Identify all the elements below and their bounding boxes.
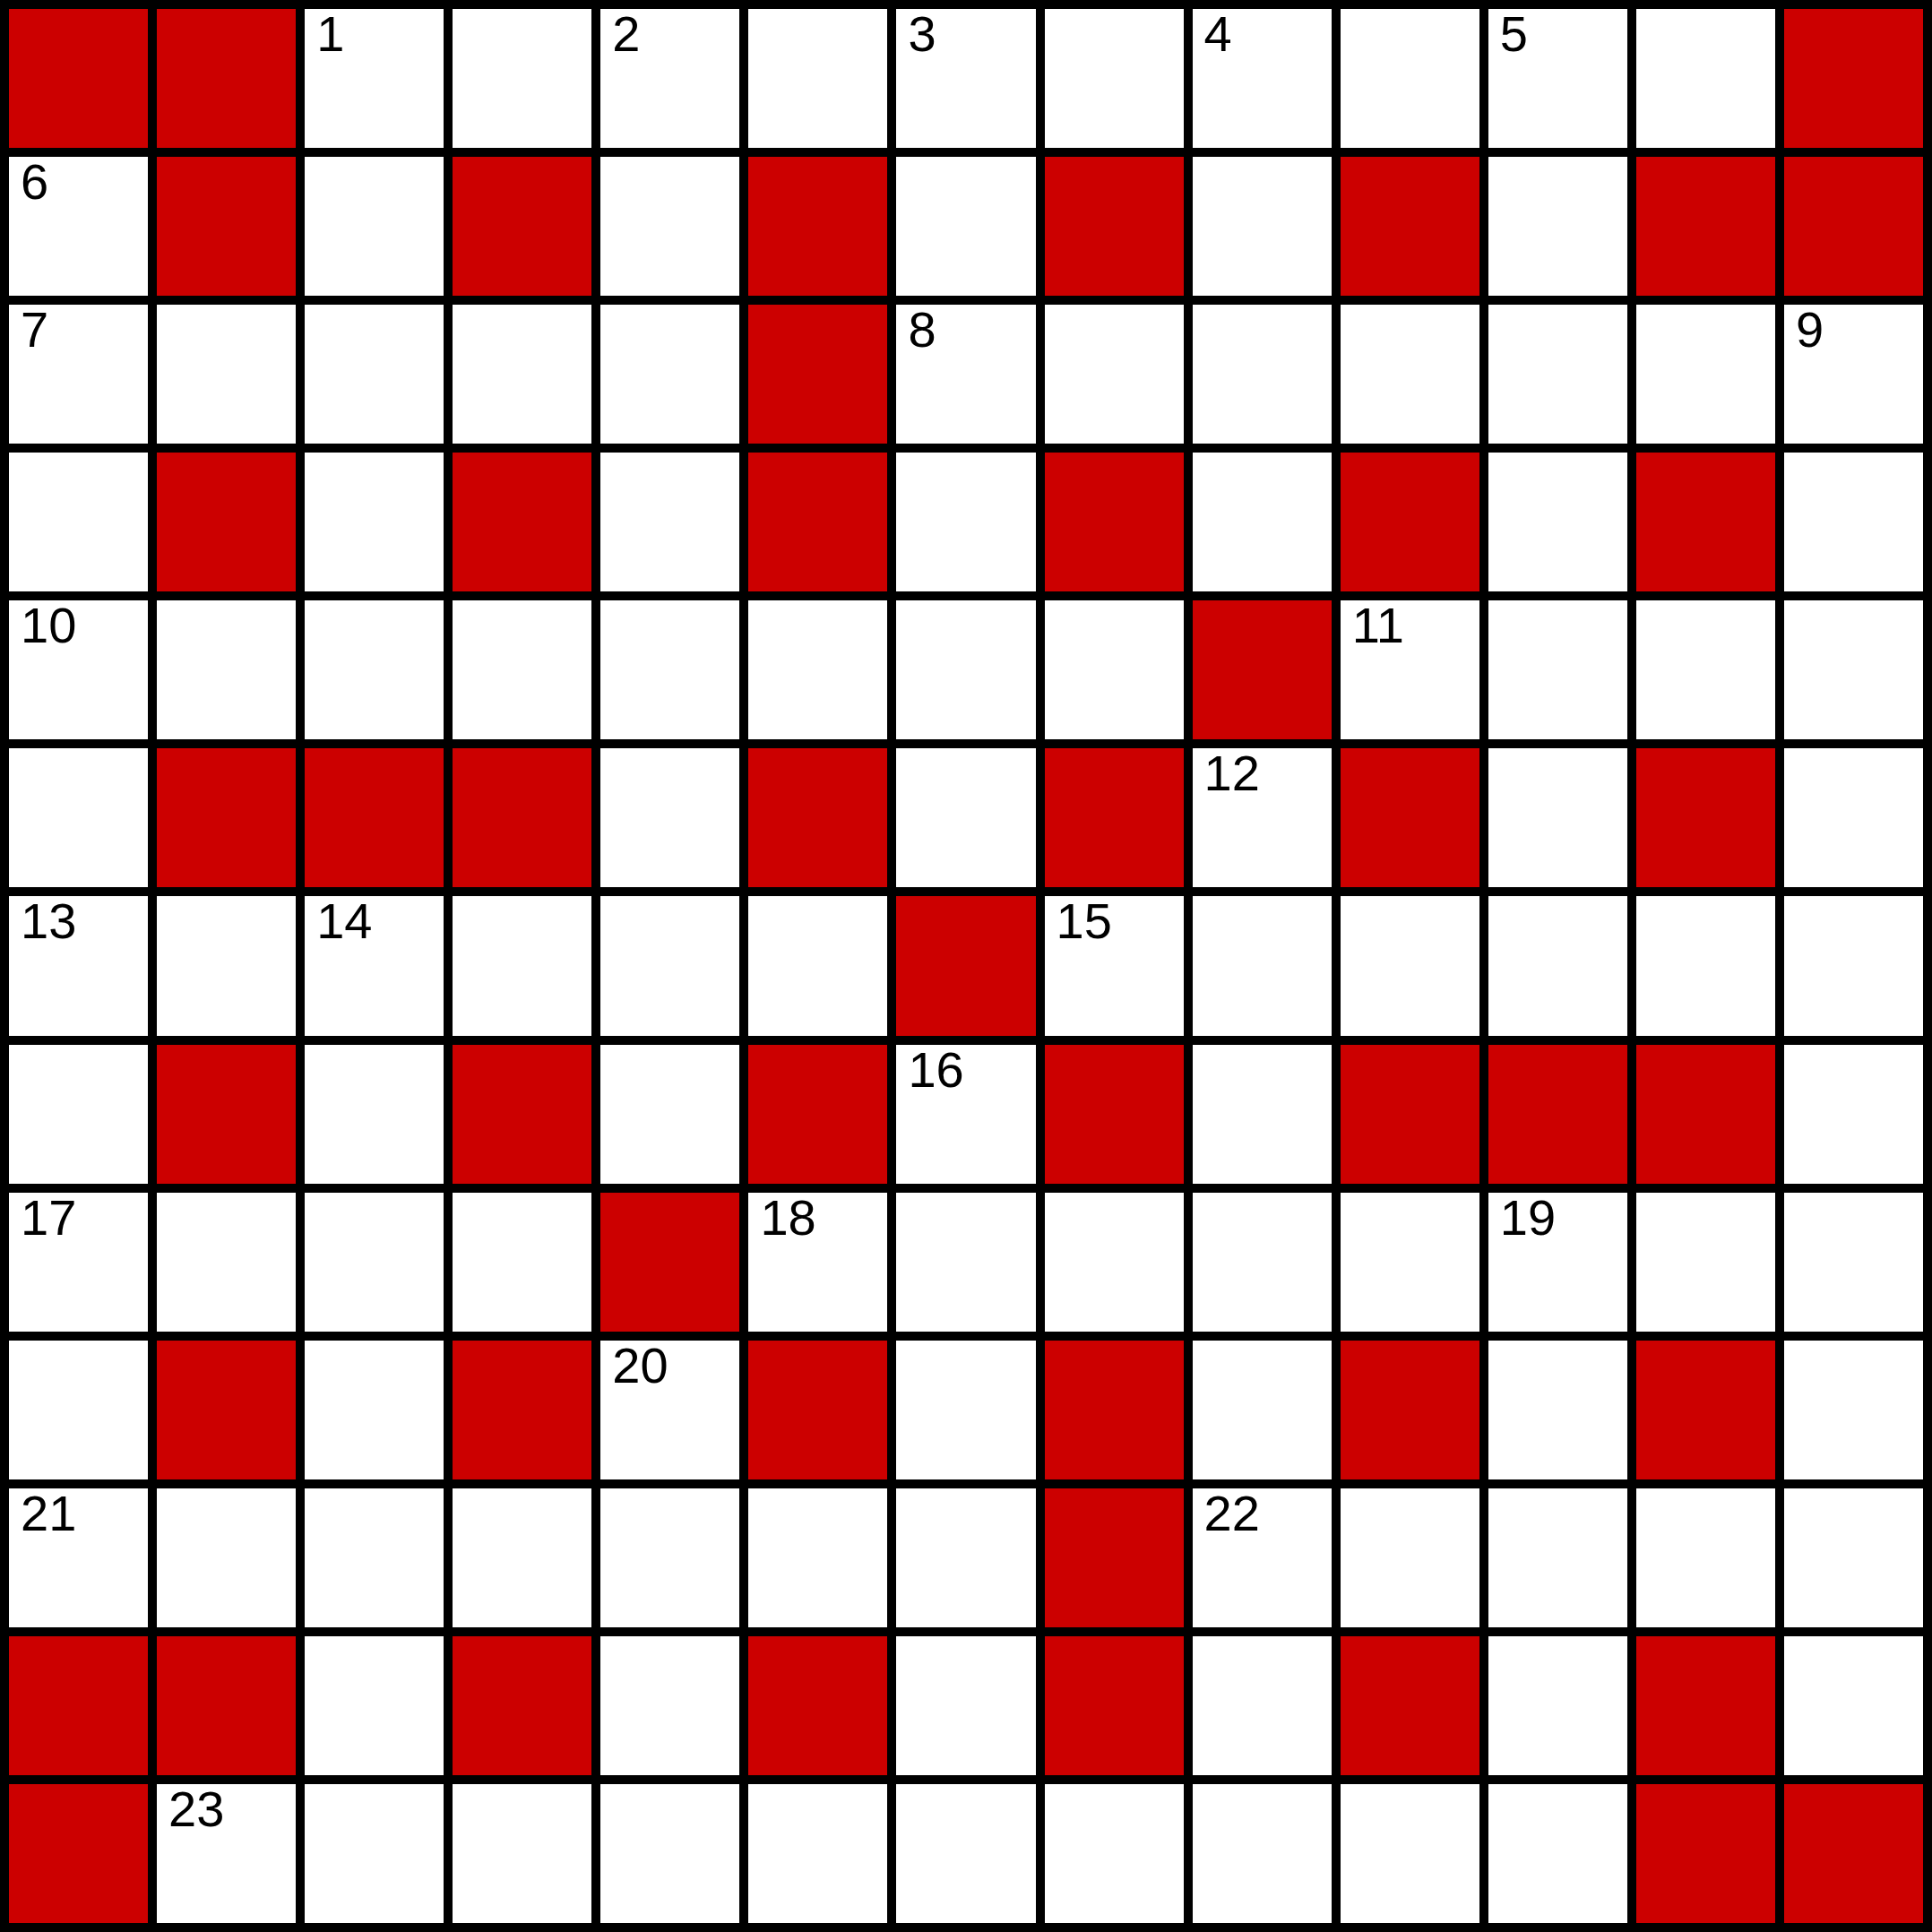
clue-number: 18 bbox=[760, 1189, 815, 1246]
cell-r1-c4[interactable] bbox=[453, 9, 591, 148]
block-cell-r6-c2 bbox=[157, 748, 296, 887]
cell-r7-c11[interactable] bbox=[1488, 896, 1627, 1035]
block-cell-r6-c3 bbox=[305, 748, 444, 887]
block-cell-r8-c11 bbox=[1488, 1045, 1627, 1184]
clue-number: 22 bbox=[1204, 1485, 1260, 1542]
cell-r1-c12[interactable] bbox=[1636, 9, 1775, 148]
block-cell-r13-c12 bbox=[1636, 1784, 1775, 1923]
block-cell-r9-c5 bbox=[600, 1193, 739, 1332]
cell-r8-c13[interactable] bbox=[1784, 1045, 1923, 1184]
cell-r8-c1[interactable] bbox=[9, 1045, 148, 1184]
cell-r2-c7[interactable] bbox=[896, 157, 1035, 296]
cell-r6-c9[interactable]: 12 bbox=[1193, 748, 1332, 887]
cell-r2-c5[interactable] bbox=[600, 157, 739, 296]
cell-r9-c6[interactable]: 18 bbox=[748, 1193, 887, 1332]
block-cell-r12-c8 bbox=[1045, 1636, 1184, 1775]
cell-r10-c5[interactable]: 20 bbox=[600, 1341, 739, 1479]
cell-r5-c7[interactable] bbox=[896, 600, 1035, 739]
block-cell-r11-c8 bbox=[1045, 1488, 1184, 1627]
block-cell-r8-c8 bbox=[1045, 1045, 1184, 1184]
block-cell-r8-c6 bbox=[748, 1045, 887, 1184]
cell-r7-c6[interactable] bbox=[748, 896, 887, 1035]
cell-r3-c13[interactable]: 9 bbox=[1784, 305, 1923, 444]
block-cell-r12-c6 bbox=[748, 1636, 887, 1775]
cell-r8-c5[interactable] bbox=[600, 1045, 739, 1184]
cell-r3-c4[interactable] bbox=[453, 305, 591, 444]
clue-number: 2 bbox=[612, 5, 640, 63]
cell-r8-c9[interactable] bbox=[1193, 1045, 1332, 1184]
clue-number: 11 bbox=[1352, 597, 1404, 654]
cell-r5-c8[interactable] bbox=[1045, 600, 1184, 739]
clue-number: 10 bbox=[21, 597, 76, 654]
cell-r13-c6[interactable] bbox=[748, 1784, 887, 1923]
block-cell-r2-c8 bbox=[1045, 157, 1184, 296]
cell-r11-c3[interactable] bbox=[305, 1488, 444, 1627]
cell-r11-c13[interactable] bbox=[1784, 1488, 1923, 1627]
clue-number: 23 bbox=[168, 1781, 224, 1838]
cell-r4-c3[interactable] bbox=[305, 453, 444, 591]
block-cell-r12-c4 bbox=[453, 1636, 591, 1775]
block-cell-r4-c10 bbox=[1341, 453, 1479, 591]
cell-r6-c13[interactable] bbox=[1784, 748, 1923, 887]
cell-r1-c11[interactable]: 5 bbox=[1488, 9, 1627, 148]
block-cell-r10-c6 bbox=[748, 1341, 887, 1479]
block-cell-r13-c13 bbox=[1784, 1784, 1923, 1923]
block-cell-r1-c1 bbox=[9, 9, 148, 148]
cell-r6-c11[interactable] bbox=[1488, 748, 1627, 887]
cell-r5-c11[interactable] bbox=[1488, 600, 1627, 739]
cell-r11-c12[interactable] bbox=[1636, 1488, 1775, 1627]
cell-r3-c11[interactable] bbox=[1488, 305, 1627, 444]
block-cell-r8-c4 bbox=[453, 1045, 591, 1184]
cell-r4-c13[interactable] bbox=[1784, 453, 1923, 591]
cell-r13-c2[interactable]: 23 bbox=[157, 1784, 296, 1923]
cell-r1-c5[interactable]: 2 bbox=[600, 9, 739, 148]
cell-r4-c7[interactable] bbox=[896, 453, 1035, 591]
block-cell-r4-c6 bbox=[748, 453, 887, 591]
block-cell-r2-c13 bbox=[1784, 157, 1923, 296]
clue-number: 20 bbox=[612, 1337, 668, 1394]
block-cell-r7-c7 bbox=[896, 896, 1035, 1035]
cell-r10-c7[interactable] bbox=[896, 1341, 1035, 1479]
block-cell-r1-c2 bbox=[157, 9, 296, 148]
cell-r1-c3[interactable]: 1 bbox=[305, 9, 444, 148]
cell-r1-c7[interactable]: 3 bbox=[896, 9, 1035, 148]
cell-r9-c1[interactable]: 17 bbox=[9, 1193, 148, 1332]
cell-r4-c9[interactable] bbox=[1193, 453, 1332, 591]
cell-r3-c8[interactable] bbox=[1045, 305, 1184, 444]
cell-r9-c11[interactable]: 19 bbox=[1488, 1193, 1627, 1332]
block-cell-r2-c6 bbox=[748, 157, 887, 296]
cell-r2-c9[interactable] bbox=[1193, 157, 1332, 296]
block-cell-r5-c9 bbox=[1193, 600, 1332, 739]
block-cell-r10-c2 bbox=[157, 1341, 296, 1479]
cell-r2-c1[interactable]: 6 bbox=[9, 157, 148, 296]
cell-r3-c12[interactable] bbox=[1636, 305, 1775, 444]
cell-r5-c4[interactable] bbox=[453, 600, 591, 739]
block-cell-r6-c12 bbox=[1636, 748, 1775, 887]
cell-r7-c1[interactable]: 13 bbox=[9, 896, 148, 1035]
cell-r10-c11[interactable] bbox=[1488, 1341, 1627, 1479]
cell-r11-c5[interactable] bbox=[600, 1488, 739, 1627]
block-cell-r2-c2 bbox=[157, 157, 296, 296]
clue-number: 13 bbox=[21, 893, 76, 950]
cell-r13-c7[interactable] bbox=[896, 1784, 1035, 1923]
clue-number: 12 bbox=[1204, 745, 1260, 802]
clue-number: 7 bbox=[21, 301, 48, 358]
clue-number: 3 bbox=[908, 5, 936, 63]
cell-r5-c2[interactable] bbox=[157, 600, 296, 739]
block-cell-r12-c2 bbox=[157, 1636, 296, 1775]
cell-r6-c5[interactable] bbox=[600, 748, 739, 887]
cell-r11-c9[interactable]: 22 bbox=[1193, 1488, 1332, 1627]
block-cell-r4-c8 bbox=[1045, 453, 1184, 591]
block-cell-r13-c1 bbox=[9, 1784, 148, 1923]
block-cell-r10-c4 bbox=[453, 1341, 591, 1479]
cell-r7-c9[interactable] bbox=[1193, 896, 1332, 1035]
cell-r9-c12[interactable] bbox=[1636, 1193, 1775, 1332]
cell-r11-c6[interactable] bbox=[748, 1488, 887, 1627]
cell-r12-c5[interactable] bbox=[600, 1636, 739, 1775]
block-cell-r2-c4 bbox=[453, 157, 591, 296]
cell-r13-c4[interactable] bbox=[453, 1784, 591, 1923]
block-cell-r3-c6 bbox=[748, 305, 887, 444]
cell-r6-c7[interactable] bbox=[896, 748, 1035, 887]
cell-r3-c10[interactable] bbox=[1341, 305, 1479, 444]
cell-r11-c2[interactable] bbox=[157, 1488, 296, 1627]
cell-r9-c13[interactable] bbox=[1784, 1193, 1923, 1332]
block-cell-r6-c4 bbox=[453, 748, 591, 887]
cell-r2-c11[interactable] bbox=[1488, 157, 1627, 296]
cell-r1-c9[interactable]: 4 bbox=[1193, 9, 1332, 148]
cell-r11-c4[interactable] bbox=[453, 1488, 591, 1627]
block-cell-r8-c2 bbox=[157, 1045, 296, 1184]
block-cell-r10-c8 bbox=[1045, 1341, 1184, 1479]
block-cell-r6-c8 bbox=[1045, 748, 1184, 887]
block-cell-r12-c10 bbox=[1341, 1636, 1479, 1775]
clue-number: 5 bbox=[1500, 5, 1528, 63]
cell-r9-c10[interactable] bbox=[1341, 1193, 1479, 1332]
cell-r13-c3[interactable] bbox=[305, 1784, 444, 1923]
cell-r12-c3[interactable] bbox=[305, 1636, 444, 1775]
clue-number: 19 bbox=[1500, 1189, 1556, 1246]
block-cell-r4-c4 bbox=[453, 453, 591, 591]
cell-r7-c10[interactable] bbox=[1341, 896, 1479, 1035]
cell-r3-c9[interactable] bbox=[1193, 305, 1332, 444]
crossword-board: 1234567891011121314151617181920212223 bbox=[0, 0, 1932, 1932]
block-cell-r6-c10 bbox=[1341, 748, 1479, 887]
cell-r13-c5[interactable] bbox=[600, 1784, 739, 1923]
cell-r9-c4[interactable] bbox=[453, 1193, 591, 1332]
cell-r13-c9[interactable] bbox=[1193, 1784, 1332, 1923]
cell-r3-c2[interactable] bbox=[157, 305, 296, 444]
clue-number: 6 bbox=[21, 153, 48, 211]
cell-r9-c2[interactable] bbox=[157, 1193, 296, 1332]
cell-r13-c8[interactable] bbox=[1045, 1784, 1184, 1923]
cell-r5-c13[interactable] bbox=[1784, 600, 1923, 739]
block-cell-r8-c10 bbox=[1341, 1045, 1479, 1184]
cell-r7-c4[interactable] bbox=[453, 896, 591, 1035]
cell-r5-c5[interactable] bbox=[600, 600, 739, 739]
cell-r11-c11[interactable] bbox=[1488, 1488, 1627, 1627]
cell-r11-c7[interactable] bbox=[896, 1488, 1035, 1627]
cell-r7-c2[interactable] bbox=[157, 896, 296, 1035]
cell-r3-c3[interactable] bbox=[305, 305, 444, 444]
block-cell-r12-c12 bbox=[1636, 1636, 1775, 1775]
cell-r1-c8[interactable] bbox=[1045, 9, 1184, 148]
cell-r9-c3[interactable] bbox=[305, 1193, 444, 1332]
cell-r10-c1[interactable] bbox=[9, 1341, 148, 1479]
clue-number: 9 bbox=[1796, 301, 1824, 358]
clue-number: 17 bbox=[21, 1189, 76, 1246]
cell-r4-c5[interactable] bbox=[600, 453, 739, 591]
cell-r5-c6[interactable] bbox=[748, 600, 887, 739]
cell-r8-c7[interactable]: 16 bbox=[896, 1045, 1035, 1184]
cell-r9-c7[interactable] bbox=[896, 1193, 1035, 1332]
cell-r6-c1[interactable] bbox=[9, 748, 148, 887]
block-cell-r4-c12 bbox=[1636, 453, 1775, 591]
block-cell-r1-c13 bbox=[1784, 9, 1923, 148]
block-cell-r2-c12 bbox=[1636, 157, 1775, 296]
block-cell-r10-c12 bbox=[1636, 1341, 1775, 1479]
clue-number: 15 bbox=[1057, 893, 1112, 950]
cell-r13-c11[interactable] bbox=[1488, 1784, 1627, 1923]
cell-r13-c10[interactable] bbox=[1341, 1784, 1479, 1923]
cell-r10-c3[interactable] bbox=[305, 1341, 444, 1479]
cell-r12-c13[interactable] bbox=[1784, 1636, 1923, 1775]
block-cell-r8-c12 bbox=[1636, 1045, 1775, 1184]
block-cell-r10-c10 bbox=[1341, 1341, 1479, 1479]
cell-r2-c3[interactable] bbox=[305, 157, 444, 296]
cell-r12-c11[interactable] bbox=[1488, 1636, 1627, 1775]
cell-r1-c6[interactable] bbox=[748, 9, 887, 148]
clue-number: 14 bbox=[316, 893, 372, 950]
clue-number: 21 bbox=[21, 1485, 76, 1542]
cell-r12-c7[interactable] bbox=[896, 1636, 1035, 1775]
cell-r9-c8[interactable] bbox=[1045, 1193, 1184, 1332]
block-cell-r12-c1 bbox=[9, 1636, 148, 1775]
clue-number: 8 bbox=[908, 301, 936, 358]
cell-r9-c9[interactable] bbox=[1193, 1193, 1332, 1332]
cell-r3-c5[interactable] bbox=[600, 305, 739, 444]
cell-r7-c13[interactable] bbox=[1784, 896, 1923, 1035]
block-cell-r4-c2 bbox=[157, 453, 296, 591]
clue-number: 1 bbox=[316, 5, 344, 63]
cell-r7-c5[interactable] bbox=[600, 896, 739, 1035]
block-cell-r2-c10 bbox=[1341, 157, 1479, 296]
cell-r7-c3[interactable]: 14 bbox=[305, 896, 444, 1035]
cell-r1-c10[interactable] bbox=[1341, 9, 1479, 148]
clue-number: 16 bbox=[908, 1041, 963, 1099]
cell-r11-c10[interactable] bbox=[1341, 1488, 1479, 1627]
cell-r12-c9[interactable] bbox=[1193, 1636, 1332, 1775]
cell-r8-c3[interactable] bbox=[305, 1045, 444, 1184]
cell-r5-c12[interactable] bbox=[1636, 600, 1775, 739]
cell-r5-c3[interactable] bbox=[305, 600, 444, 739]
cell-r7-c12[interactable] bbox=[1636, 896, 1775, 1035]
cell-r10-c9[interactable] bbox=[1193, 1341, 1332, 1479]
cell-r10-c13[interactable] bbox=[1784, 1341, 1923, 1479]
block-cell-r6-c6 bbox=[748, 748, 887, 887]
cell-r5-c10[interactable]: 11 bbox=[1341, 600, 1479, 739]
cell-r3-c1[interactable]: 7 bbox=[9, 305, 148, 444]
clue-number: 4 bbox=[1204, 5, 1232, 63]
cell-r7-c8[interactable]: 15 bbox=[1045, 896, 1184, 1035]
cell-r11-c1[interactable]: 21 bbox=[9, 1488, 148, 1627]
cell-r5-c1[interactable]: 10 bbox=[9, 600, 148, 739]
cell-r4-c1[interactable] bbox=[9, 453, 148, 591]
cell-r3-c7[interactable]: 8 bbox=[896, 305, 1035, 444]
cell-r4-c11[interactable] bbox=[1488, 453, 1627, 591]
